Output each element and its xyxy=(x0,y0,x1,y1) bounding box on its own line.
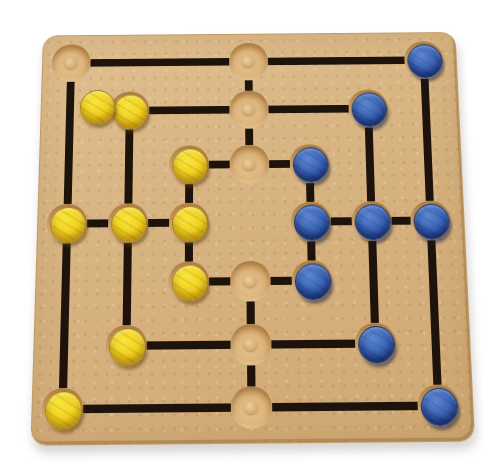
piece-blue-e4[interactable] xyxy=(294,205,331,241)
piece-blue-g7[interactable] xyxy=(407,44,443,78)
piece-blue-g1[interactable] xyxy=(420,388,459,426)
board-line xyxy=(268,60,405,61)
piece-blue-f6[interactable] xyxy=(351,92,387,126)
photo-background xyxy=(0,0,500,470)
board-line xyxy=(147,345,231,346)
board-line xyxy=(127,243,128,325)
board-line xyxy=(91,62,230,63)
piece-blue-f4[interactable] xyxy=(354,204,391,240)
board-line xyxy=(431,240,437,384)
board-line xyxy=(372,241,375,323)
piece-blue-e3[interactable] xyxy=(295,263,332,300)
game-board xyxy=(30,32,475,446)
piece-blue-f2[interactable] xyxy=(358,326,396,364)
board-line xyxy=(369,128,371,202)
board-line xyxy=(425,79,430,201)
piece-yellow-c3[interactable] xyxy=(172,264,208,301)
board-line xyxy=(68,82,71,204)
board-line xyxy=(63,244,67,388)
board-line xyxy=(271,344,355,345)
piece-blue-g4[interactable] xyxy=(413,204,450,240)
board-line xyxy=(128,130,129,204)
board-line xyxy=(83,408,231,409)
board-line xyxy=(272,406,418,407)
piece-yellow-c5[interactable] xyxy=(172,148,208,183)
board-line xyxy=(149,110,229,111)
piece-blue-e5[interactable] xyxy=(293,147,329,182)
board-line xyxy=(269,109,349,110)
piece-yellow-c4[interactable] xyxy=(172,206,208,242)
